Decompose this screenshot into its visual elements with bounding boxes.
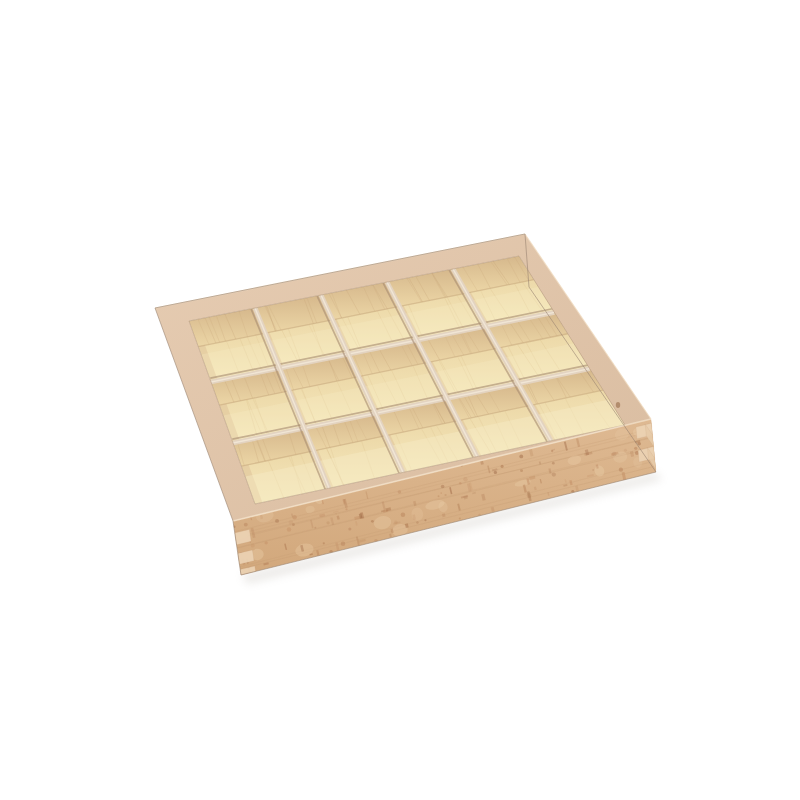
- wooden-sorting-tray-photo: [0, 0, 800, 800]
- product-photo-canvas: [0, 0, 800, 800]
- wood-knot: [616, 402, 620, 408]
